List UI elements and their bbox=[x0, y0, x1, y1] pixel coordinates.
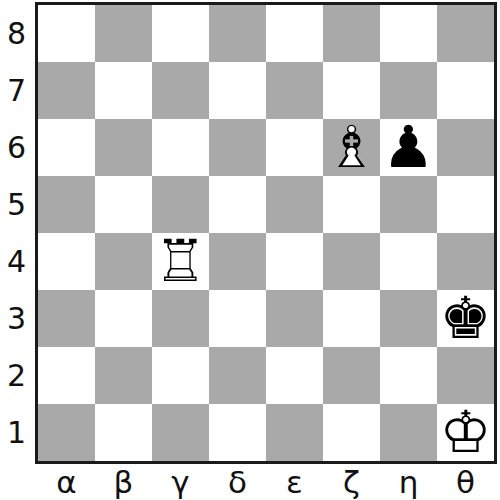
square-b7[interactable] bbox=[95, 62, 152, 119]
square-b4[interactable] bbox=[95, 233, 152, 290]
file-label-h: θ bbox=[437, 463, 494, 500]
square-g2[interactable] bbox=[380, 347, 437, 404]
square-b5[interactable] bbox=[95, 176, 152, 233]
square-a8[interactable] bbox=[38, 5, 95, 62]
chess-diagram: 87654321 ♗♟♖♚♔ αβγδεζηθ bbox=[0, 0, 500, 500]
black-pawn[interactable]: ♟ bbox=[380, 119, 437, 176]
square-e5[interactable] bbox=[266, 176, 323, 233]
square-a4[interactable] bbox=[38, 233, 95, 290]
square-e3[interactable] bbox=[266, 290, 323, 347]
black-king[interactable]: ♚ bbox=[437, 290, 494, 347]
square-d6[interactable] bbox=[209, 119, 266, 176]
square-b6[interactable] bbox=[95, 119, 152, 176]
square-h3[interactable]: ♚ bbox=[437, 290, 494, 347]
square-f3[interactable] bbox=[323, 290, 380, 347]
square-e7[interactable] bbox=[266, 62, 323, 119]
square-c5[interactable] bbox=[152, 176, 209, 233]
rank-label-3: 3 bbox=[0, 290, 33, 347]
rank-label-7: 7 bbox=[0, 62, 33, 119]
file-labels: αβγδεζηθ bbox=[38, 463, 494, 500]
rank-label-2: 2 bbox=[0, 347, 33, 404]
file-label-a: α bbox=[38, 463, 95, 500]
square-b2[interactable] bbox=[95, 347, 152, 404]
rank-label-6: 6 bbox=[0, 119, 33, 176]
square-c4[interactable]: ♖ bbox=[152, 233, 209, 290]
white-rook[interactable]: ♖ bbox=[152, 233, 209, 290]
square-c6[interactable] bbox=[152, 119, 209, 176]
square-h4[interactable] bbox=[437, 233, 494, 290]
square-d8[interactable] bbox=[209, 5, 266, 62]
file-label-f: ζ bbox=[323, 463, 380, 500]
square-g7[interactable] bbox=[380, 62, 437, 119]
square-d3[interactable] bbox=[209, 290, 266, 347]
square-d2[interactable] bbox=[209, 347, 266, 404]
square-e6[interactable] bbox=[266, 119, 323, 176]
rank-label-5: 5 bbox=[0, 176, 33, 233]
square-d1[interactable] bbox=[209, 404, 266, 461]
square-g8[interactable] bbox=[380, 5, 437, 62]
square-g6[interactable]: ♟ bbox=[380, 119, 437, 176]
rank-label-4: 4 bbox=[0, 233, 33, 290]
square-g5[interactable] bbox=[380, 176, 437, 233]
square-h6[interactable] bbox=[437, 119, 494, 176]
square-a5[interactable] bbox=[38, 176, 95, 233]
rank-labels: 87654321 bbox=[0, 5, 33, 461]
square-g4[interactable] bbox=[380, 233, 437, 290]
square-b1[interactable] bbox=[95, 404, 152, 461]
square-d7[interactable] bbox=[209, 62, 266, 119]
rank-label-8: 8 bbox=[0, 5, 33, 62]
rank-label-1: 1 bbox=[0, 404, 33, 461]
square-d4[interactable] bbox=[209, 233, 266, 290]
file-label-e: ε bbox=[266, 463, 323, 500]
square-e2[interactable] bbox=[266, 347, 323, 404]
square-a6[interactable] bbox=[38, 119, 95, 176]
square-a1[interactable] bbox=[38, 404, 95, 461]
white-bishop[interactable]: ♗ bbox=[323, 119, 380, 176]
square-h7[interactable] bbox=[437, 62, 494, 119]
chess-board: ♗♟♖♚♔ bbox=[35, 2, 497, 464]
square-f7[interactable] bbox=[323, 62, 380, 119]
file-label-g: η bbox=[380, 463, 437, 500]
square-d5[interactable] bbox=[209, 176, 266, 233]
file-label-c: γ bbox=[152, 463, 209, 500]
square-f8[interactable] bbox=[323, 5, 380, 62]
square-c7[interactable] bbox=[152, 62, 209, 119]
square-c2[interactable] bbox=[152, 347, 209, 404]
square-a2[interactable] bbox=[38, 347, 95, 404]
square-f4[interactable] bbox=[323, 233, 380, 290]
file-label-b: β bbox=[95, 463, 152, 500]
square-h8[interactable] bbox=[437, 5, 494, 62]
square-f2[interactable] bbox=[323, 347, 380, 404]
square-c3[interactable] bbox=[152, 290, 209, 347]
square-e1[interactable] bbox=[266, 404, 323, 461]
white-king[interactable]: ♔ bbox=[437, 404, 494, 461]
square-g3[interactable] bbox=[380, 290, 437, 347]
square-h5[interactable] bbox=[437, 176, 494, 233]
square-e8[interactable] bbox=[266, 5, 323, 62]
square-f6[interactable]: ♗ bbox=[323, 119, 380, 176]
square-e4[interactable] bbox=[266, 233, 323, 290]
square-h1[interactable]: ♔ bbox=[437, 404, 494, 461]
file-label-d: δ bbox=[209, 463, 266, 500]
square-h2[interactable] bbox=[437, 347, 494, 404]
square-a3[interactable] bbox=[38, 290, 95, 347]
square-f5[interactable] bbox=[323, 176, 380, 233]
square-c1[interactable] bbox=[152, 404, 209, 461]
square-b3[interactable] bbox=[95, 290, 152, 347]
square-b8[interactable] bbox=[95, 5, 152, 62]
square-g1[interactable] bbox=[380, 404, 437, 461]
square-c8[interactable] bbox=[152, 5, 209, 62]
square-a7[interactable] bbox=[38, 62, 95, 119]
square-f1[interactable] bbox=[323, 404, 380, 461]
